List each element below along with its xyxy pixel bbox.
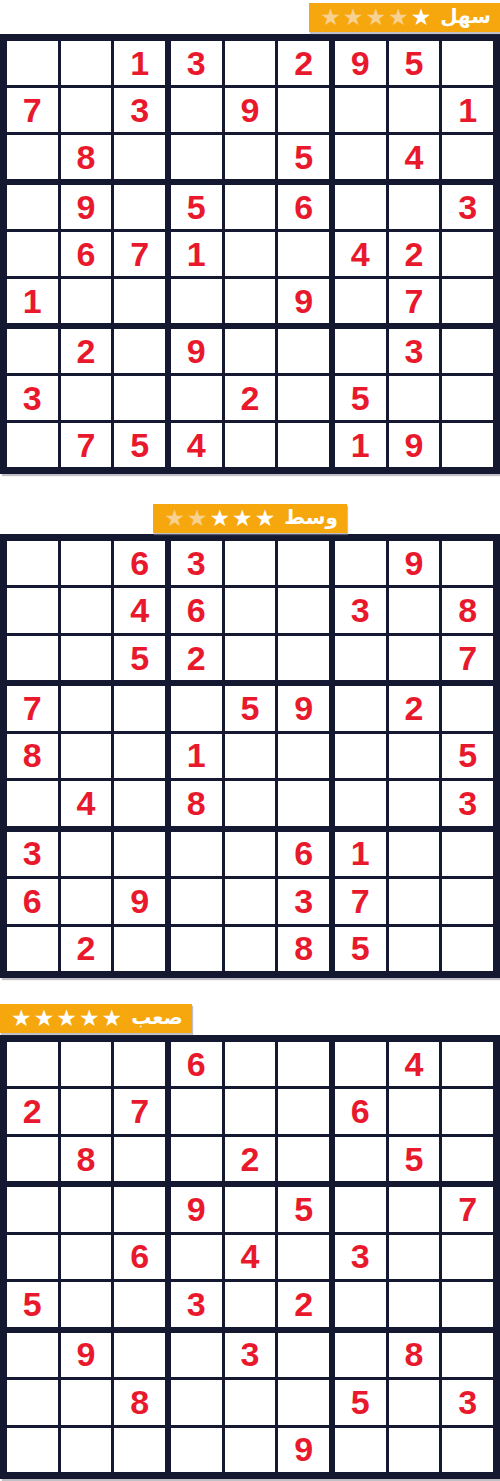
sudoku-cell-r6c1: 5 — [7, 1282, 58, 1326]
sudoku-cell-r3c8 — [389, 636, 440, 680]
sudoku-cell-r8c9: 3 — [442, 1380, 493, 1424]
sudoku-cell-r1c2 — [61, 1042, 112, 1086]
difficulty-label: سهل — [440, 6, 491, 29]
sudoku-cell-r2c8 — [389, 1089, 440, 1133]
sudoku-cell-r7c9 — [442, 329, 493, 373]
sudoku-cell-r9c6: 8 — [278, 927, 329, 971]
sudoku-cell-r1c4: 3 — [171, 41, 222, 85]
sudoku-cell-r6c5 — [225, 279, 276, 323]
star-empty-icon: ★ — [343, 6, 364, 29]
sudoku-cell-r4c8 — [389, 185, 440, 229]
sudoku-box: 1738 — [7, 41, 165, 179]
sudoku-cell-r4c5: 5 — [225, 686, 276, 730]
sudoku-cell-r7c8 — [389, 832, 440, 876]
sudoku-cell-r5c7 — [335, 734, 386, 778]
sudoku-cell-r5c4: 1 — [171, 232, 222, 276]
sudoku-cell-r4c6: 5 — [278, 1187, 329, 1231]
sudoku-section-hard: ★★★★★ صعب 278624656595432739839853 — [0, 1004, 500, 1479]
sudoku-box: 175 — [335, 832, 493, 971]
sudoku-cell-r4c6: 6 — [278, 185, 329, 229]
sudoku-cell-r7c3 — [114, 329, 165, 373]
sudoku-cell-r9c8 — [389, 927, 440, 971]
sudoku-cell-r1c3: 1 — [114, 41, 165, 85]
sudoku-cell-r6c9: 3 — [442, 781, 493, 825]
sudoku-cell-r2c7: 3 — [335, 588, 386, 632]
sudoku-cell-r3c6: 5 — [278, 135, 329, 179]
sudoku-cell-r2c7: 6 — [335, 1089, 386, 1133]
sudoku-cell-r3c4 — [171, 135, 222, 179]
sudoku-cell-r9c3 — [114, 927, 165, 971]
sudoku-cell-r1c9 — [442, 1042, 493, 1086]
sudoku-cell-r3c9: 7 — [442, 636, 493, 680]
sudoku-cell-r3c6 — [278, 636, 329, 680]
sudoku-cell-r3c2: 8 — [61, 135, 112, 179]
sudoku-cell-r9c4 — [171, 927, 222, 971]
star-empty-icon: ★ — [164, 507, 185, 530]
sudoku-cell-r6c8 — [389, 1282, 440, 1326]
sudoku-cell-r2c5 — [225, 588, 276, 632]
sudoku-cell-r3c7 — [335, 636, 386, 680]
sudoku-cell-r5c6 — [278, 1235, 329, 1279]
star-filled-icon: ★ — [56, 1007, 77, 1030]
sudoku-cell-r4c1: 7 — [7, 686, 58, 730]
sudoku-box: 2375 — [7, 329, 165, 467]
sudoku-cell-r2c6 — [278, 588, 329, 632]
sudoku-cell-r6c8: 7 — [389, 279, 440, 323]
sudoku-cell-r7c4 — [171, 832, 222, 876]
star-filled-icon: ★ — [11, 1007, 32, 1030]
sudoku-box: 9387 — [335, 541, 493, 680]
sudoku-cell-r2c5 — [225, 1089, 276, 1133]
sudoku-cell-r7c5 — [225, 329, 276, 373]
sudoku-cell-r1c1 — [7, 41, 58, 85]
sudoku-cell-r2c9: 8 — [442, 588, 493, 632]
sudoku-cell-r3c1 — [7, 1137, 58, 1181]
sudoku-cell-r6c2: 4 — [61, 781, 112, 825]
sudoku-cell-r8c2 — [61, 879, 112, 923]
sudoku-cell-r5c4: 1 — [171, 734, 222, 778]
sudoku-cell-r7c3 — [114, 832, 165, 876]
sudoku-cell-r4c8 — [389, 1187, 440, 1231]
difficulty-banner-easy: ★★★★★ سهل — [309, 3, 500, 32]
sudoku-cell-r1c6 — [278, 541, 329, 585]
sudoku-cell-r5c6 — [278, 734, 329, 778]
sudoku-cell-r1c3: 6 — [114, 541, 165, 585]
sudoku-cell-r4c8: 2 — [389, 686, 440, 730]
sudoku-cell-r9c3: 5 — [114, 423, 165, 467]
sudoku-cell-r8c6 — [278, 1380, 329, 1424]
sudoku-cell-r3c3 — [114, 1137, 165, 1181]
sudoku-cell-r2c2 — [61, 1089, 112, 1133]
sudoku-cell-r8c5 — [225, 879, 276, 923]
sudoku-cell-r1c4: 3 — [171, 541, 222, 585]
sudoku-cell-r3c1 — [7, 135, 58, 179]
sudoku-cell-r1c1 — [7, 541, 58, 585]
sudoku-cell-r6c8 — [389, 781, 440, 825]
sudoku-cell-r4c2 — [61, 1187, 112, 1231]
sudoku-cell-r8c1: 3 — [7, 376, 58, 420]
sudoku-cell-r4c2: 9 — [61, 185, 112, 229]
sudoku-cell-r1c6: 2 — [278, 41, 329, 85]
sudoku-cell-r3c2 — [61, 636, 112, 680]
sudoku-cell-r7c4: 9 — [171, 329, 222, 373]
sudoku-cell-r4c2 — [61, 686, 112, 730]
sudoku-cell-r7c9 — [442, 832, 493, 876]
sudoku-cell-r6c7 — [335, 279, 386, 323]
difficulty-stars: ★★★★★ — [11, 1007, 122, 1030]
sudoku-cell-r1c8: 4 — [389, 1042, 440, 1086]
sudoku-cell-r9c8: 9 — [389, 423, 440, 467]
sudoku-cell-r5c6 — [278, 232, 329, 276]
sudoku-grid-medium: 645362938778459182533692638175 — [0, 534, 500, 978]
sudoku-cell-r7c2 — [61, 832, 112, 876]
sudoku-box: 5918 — [171, 686, 329, 825]
sudoku-cell-r6c7 — [335, 781, 386, 825]
sudoku-cell-r4c9: 3 — [442, 185, 493, 229]
sudoku-cell-r1c8: 5 — [389, 41, 440, 85]
sudoku-cell-r1c3 — [114, 1042, 165, 1086]
sudoku-cell-r8c8 — [389, 879, 440, 923]
sudoku-cell-r3c8: 4 — [389, 135, 440, 179]
sudoku-cell-r4c7 — [335, 1187, 386, 1231]
sudoku-cell-r9c5 — [225, 1428, 276, 1472]
sudoku-cell-r6c1: 1 — [7, 279, 58, 323]
sudoku-cell-r2c9: 1 — [442, 88, 493, 132]
sudoku-cell-r6c7 — [335, 1282, 386, 1326]
sudoku-cell-r7c8: 8 — [389, 1333, 440, 1377]
sudoku-cell-r7c4 — [171, 1333, 222, 1377]
sudoku-cell-r9c8 — [389, 1428, 440, 1472]
sudoku-cell-r6c4: 8 — [171, 781, 222, 825]
sudoku-cell-r4c9: 7 — [442, 1187, 493, 1231]
sudoku-box: 62 — [171, 1042, 329, 1181]
sudoku-cell-r2c4: 6 — [171, 588, 222, 632]
sudoku-cell-r4c4: 5 — [171, 185, 222, 229]
sudoku-cell-r7c1: 3 — [7, 832, 58, 876]
sudoku-cell-r5c1: 8 — [7, 734, 58, 778]
sudoku-cell-r8c3: 8 — [114, 1380, 165, 1424]
sudoku-cell-r8c4 — [171, 376, 222, 420]
sudoku-cell-r5c8 — [389, 734, 440, 778]
sudoku-cell-r9c7: 1 — [335, 423, 386, 467]
sudoku-cell-r7c7 — [335, 1333, 386, 1377]
sudoku-cell-r2c2 — [61, 88, 112, 132]
star-filled-icon: ★ — [255, 507, 276, 530]
sudoku-box: 645 — [7, 541, 165, 680]
sudoku-cell-r2c4 — [171, 88, 222, 132]
sudoku-section-easy: ★★★★★ سهل 173832959514967156193427237592… — [0, 3, 500, 474]
sudoku-cell-r8c6 — [278, 376, 329, 420]
sudoku-cell-r9c9 — [442, 927, 493, 971]
sudoku-cell-r9c9 — [442, 423, 493, 467]
difficulty-stars: ★★★★★ — [320, 6, 431, 29]
sudoku-cell-r1c2 — [61, 41, 112, 85]
difficulty-banner-medium: ★★★★★ وسط — [153, 504, 347, 533]
sudoku-cell-r7c7: 1 — [335, 832, 386, 876]
sudoku-cell-r5c4 — [171, 1235, 222, 1279]
sudoku-cell-r5c1 — [7, 1235, 58, 1279]
sudoku-cell-r9c2: 7 — [61, 423, 112, 467]
sudoku-cell-r5c5: 4 — [225, 1235, 276, 1279]
sudoku-cell-r4c3 — [114, 185, 165, 229]
star-filled-icon: ★ — [102, 1007, 123, 1030]
sudoku-cell-r9c1 — [7, 423, 58, 467]
sudoku-cell-r1c5 — [225, 541, 276, 585]
sudoku-cell-r7c6: 6 — [278, 832, 329, 876]
sudoku-cell-r3c2: 8 — [61, 1137, 112, 1181]
sudoku-cell-r5c9: 5 — [442, 734, 493, 778]
sudoku-box: 65 — [7, 1187, 165, 1326]
sudoku-cell-r8c7: 5 — [335, 376, 386, 420]
sudoku-cell-r7c3 — [114, 1333, 165, 1377]
sudoku-cell-r3c6 — [278, 1137, 329, 1181]
sudoku-cell-r7c2: 9 — [61, 1333, 112, 1377]
sudoku-box: 924 — [171, 329, 329, 467]
sudoku-cell-r2c8 — [389, 88, 440, 132]
sudoku-box: 465 — [335, 1042, 493, 1181]
sudoku-cell-r9c1 — [7, 927, 58, 971]
sudoku-cell-r5c3: 6 — [114, 1235, 165, 1279]
sudoku-cell-r5c2 — [61, 1235, 112, 1279]
sudoku-cell-r2c4 — [171, 1089, 222, 1133]
sudoku-cell-r1c9 — [442, 41, 493, 85]
sudoku-cell-r7c2: 2 — [61, 329, 112, 373]
sudoku-cell-r9c5 — [225, 423, 276, 467]
sudoku-cell-r6c6: 2 — [278, 1282, 329, 1326]
sudoku-cell-r7c1 — [7, 1333, 58, 1377]
sudoku-box: 3692 — [7, 832, 165, 971]
sudoku-box: 253 — [335, 686, 493, 825]
sudoku-cell-r1c4: 6 — [171, 1042, 222, 1086]
sudoku-cell-r3c4: 2 — [171, 636, 222, 680]
star-filled-icon: ★ — [34, 1007, 55, 1030]
sudoku-cell-r9c9 — [442, 1428, 493, 1472]
star-empty-icon: ★ — [365, 6, 386, 29]
sudoku-cell-r9c4: 4 — [171, 423, 222, 467]
sudoku-cell-r8c3: 9 — [114, 879, 165, 923]
star-filled-icon: ★ — [411, 6, 432, 29]
sudoku-box: 3427 — [335, 185, 493, 323]
sudoku-cell-r6c4 — [171, 279, 222, 323]
sudoku-box: 98 — [7, 1333, 165, 1472]
sudoku-cell-r3c5 — [225, 636, 276, 680]
sudoku-cell-r2c1: 7 — [7, 88, 58, 132]
sudoku-box: 95432 — [171, 1187, 329, 1326]
sudoku-cell-r1c8: 9 — [389, 541, 440, 585]
sudoku-cell-r9c2: 2 — [61, 927, 112, 971]
sudoku-cell-r1c7: 9 — [335, 41, 386, 85]
sudoku-cell-r6c1 — [7, 781, 58, 825]
sudoku-cell-r3c3 — [114, 135, 165, 179]
sudoku-cell-r5c3 — [114, 734, 165, 778]
sudoku-cell-r4c7 — [335, 185, 386, 229]
sudoku-cell-r6c9 — [442, 1282, 493, 1326]
sudoku-cell-r9c7: 5 — [335, 927, 386, 971]
sudoku-cell-r5c8 — [389, 1235, 440, 1279]
sudoku-cell-r3c5: 2 — [225, 1137, 276, 1181]
sudoku-cell-r2c3: 4 — [114, 588, 165, 632]
sudoku-cell-r1c1 — [7, 1042, 58, 1086]
sudoku-cell-r9c7 — [335, 1428, 386, 1472]
sudoku-cell-r8c8 — [389, 1380, 440, 1424]
sudoku-cell-r5c3: 7 — [114, 232, 165, 276]
sudoku-cell-r5c2 — [61, 734, 112, 778]
sudoku-box: 278 — [7, 1042, 165, 1181]
sudoku-cell-r4c3 — [114, 1187, 165, 1231]
sudoku-cell-r2c2 — [61, 588, 112, 632]
sudoku-box: 9514 — [335, 41, 493, 179]
sudoku-section-medium: ★★★★★ وسط 645362938778459182533692638175 — [0, 504, 500, 978]
sudoku-box: 73 — [335, 1187, 493, 1326]
sudoku-box: 362 — [171, 541, 329, 680]
sudoku-cell-r6c5 — [225, 781, 276, 825]
sudoku-cell-r6c5 — [225, 1282, 276, 1326]
sudoku-cell-r1c5 — [225, 1042, 276, 1086]
sudoku-cell-r5c9 — [442, 232, 493, 276]
star-filled-icon: ★ — [209, 507, 230, 530]
sudoku-cell-r1c7 — [335, 1042, 386, 1086]
sudoku-cell-r8c7: 7 — [335, 879, 386, 923]
sudoku-cell-r6c6 — [278, 781, 329, 825]
sudoku-cell-r1c7 — [335, 541, 386, 585]
sudoku-cell-r8c4 — [171, 879, 222, 923]
sudoku-cell-r8c9 — [442, 879, 493, 923]
star-empty-icon: ★ — [320, 6, 341, 29]
sudoku-cell-r3c9 — [442, 1137, 493, 1181]
sudoku-cell-r2c1 — [7, 588, 58, 632]
sudoku-box: 3519 — [335, 329, 493, 467]
sudoku-cell-r8c7: 5 — [335, 1380, 386, 1424]
sudoku-cell-r3c1 — [7, 636, 58, 680]
star-empty-icon: ★ — [187, 507, 208, 530]
sudoku-cell-r4c4 — [171, 686, 222, 730]
sudoku-cell-r2c5: 9 — [225, 88, 276, 132]
sudoku-cell-r8c6: 3 — [278, 879, 329, 923]
sudoku-cell-r3c5 — [225, 135, 276, 179]
sudoku-cell-r5c2: 6 — [61, 232, 112, 276]
sudoku-cell-r9c6: 9 — [278, 1428, 329, 1472]
sudoku-box: 638 — [171, 832, 329, 971]
sudoku-cell-r6c3 — [114, 781, 165, 825]
sudoku-cell-r4c6: 9 — [278, 686, 329, 730]
star-empty-icon: ★ — [388, 6, 409, 29]
sudoku-cell-r4c1 — [7, 1187, 58, 1231]
sudoku-cell-r8c8 — [389, 376, 440, 420]
sudoku-cell-r6c2 — [61, 279, 112, 323]
sudoku-cell-r2c7 — [335, 88, 386, 132]
sudoku-box: 5619 — [171, 185, 329, 323]
sudoku-cell-r6c9 — [442, 279, 493, 323]
sudoku-box: 853 — [335, 1333, 493, 1472]
sudoku-cell-r3c4 — [171, 1137, 222, 1181]
sudoku-cell-r4c5 — [225, 185, 276, 229]
sudoku-cell-r8c5 — [225, 1380, 276, 1424]
sudoku-cell-r3c7 — [335, 1137, 386, 1181]
sudoku-cell-r4c1 — [7, 185, 58, 229]
sudoku-cell-r7c1 — [7, 329, 58, 373]
sudoku-cell-r1c6 — [278, 1042, 329, 1086]
sudoku-cell-r7c9 — [442, 1333, 493, 1377]
sudoku-cell-r3c8: 5 — [389, 1137, 440, 1181]
sudoku-cell-r8c5: 2 — [225, 376, 276, 420]
sudoku-cell-r6c2 — [61, 1282, 112, 1326]
sudoku-cell-r1c2 — [61, 541, 112, 585]
sudoku-box: 9671 — [7, 185, 165, 323]
sudoku-cell-r5c7: 3 — [335, 1235, 386, 1279]
star-filled-icon: ★ — [232, 507, 253, 530]
sudoku-cell-r4c3 — [114, 686, 165, 730]
sudoku-cell-r8c4 — [171, 1380, 222, 1424]
sudoku-cell-r1c5 — [225, 41, 276, 85]
sudoku-cell-r8c3 — [114, 376, 165, 420]
sudoku-cell-r8c2 — [61, 376, 112, 420]
sudoku-cell-r9c1 — [7, 1428, 58, 1472]
sudoku-cell-r2c3: 3 — [114, 88, 165, 132]
sudoku-cell-r7c6 — [278, 1333, 329, 1377]
sudoku-cell-r2c3: 7 — [114, 1089, 165, 1133]
sudoku-cell-r8c1: 6 — [7, 879, 58, 923]
sudoku-cell-r4c5 — [225, 1187, 276, 1231]
sudoku-cell-r5c1 — [7, 232, 58, 276]
sudoku-cell-r7c5 — [225, 832, 276, 876]
difficulty-banner-hard: ★★★★★ صعب — [0, 1004, 192, 1033]
sudoku-cell-r5c5 — [225, 232, 276, 276]
sudoku-cell-r7c5: 3 — [225, 1333, 276, 1377]
sudoku-cell-r2c1: 2 — [7, 1089, 58, 1133]
sudoku-cell-r9c4 — [171, 1428, 222, 1472]
sudoku-cell-r3c3: 5 — [114, 636, 165, 680]
sudoku-cell-r6c3 — [114, 1282, 165, 1326]
sudoku-cell-r9c5 — [225, 927, 276, 971]
star-filled-icon: ★ — [79, 1007, 100, 1030]
sudoku-cell-r2c6 — [278, 88, 329, 132]
sudoku-cell-r6c6: 9 — [278, 279, 329, 323]
sudoku-cell-r9c2 — [61, 1428, 112, 1472]
sudoku-cell-r7c8: 3 — [389, 329, 440, 373]
sudoku-box: 39 — [171, 1333, 329, 1472]
sudoku-cell-r4c9 — [442, 686, 493, 730]
sudoku-cell-r5c7: 4 — [335, 232, 386, 276]
sudoku-cell-r2c8 — [389, 588, 440, 632]
sudoku-cell-r5c9 — [442, 1235, 493, 1279]
sudoku-cell-r3c7 — [335, 135, 386, 179]
sudoku-cell-r9c3 — [114, 1428, 165, 1472]
difficulty-label: صعب — [131, 1007, 183, 1030]
sudoku-cell-r8c1 — [7, 1380, 58, 1424]
sudoku-cell-r7c7 — [335, 329, 386, 373]
sudoku-grid-easy: 17383295951496715619342723759243519 — [0, 34, 500, 474]
sudoku-grid-hard: 278624656595432739839853 — [0, 1035, 500, 1479]
sudoku-cell-r3c9 — [442, 135, 493, 179]
sudoku-cell-r7c6 — [278, 329, 329, 373]
sudoku-box: 784 — [7, 686, 165, 825]
sudoku-cell-r8c9 — [442, 376, 493, 420]
difficulty-stars: ★★★★★ — [164, 507, 275, 530]
sudoku-cell-r5c8: 2 — [389, 232, 440, 276]
difficulty-label: وسط — [284, 507, 338, 530]
sudoku-cell-r1c9 — [442, 541, 493, 585]
sudoku-cell-r4c7 — [335, 686, 386, 730]
sudoku-cell-r6c4: 3 — [171, 1282, 222, 1326]
sudoku-cell-r2c9 — [442, 1089, 493, 1133]
sudoku-box: 3295 — [171, 41, 329, 179]
sudoku-cell-r4c4: 9 — [171, 1187, 222, 1231]
sudoku-cell-r6c3 — [114, 279, 165, 323]
sudoku-cell-r9c6 — [278, 423, 329, 467]
sudoku-cell-r8c2 — [61, 1380, 112, 1424]
sudoku-cell-r2c6 — [278, 1089, 329, 1133]
sudoku-cell-r5c5 — [225, 734, 276, 778]
